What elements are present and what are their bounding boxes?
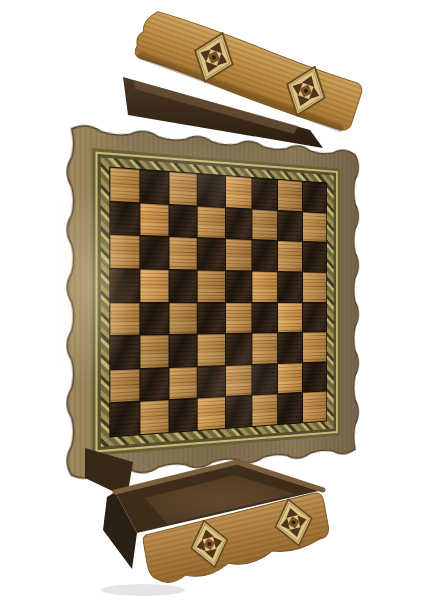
board-square-a2[interactable] [110, 369, 139, 403]
board-square-c2[interactable] [170, 367, 197, 400]
board-square-g4[interactable] [278, 302, 302, 332]
board-square-h2[interactable] [303, 362, 326, 392]
board-square-h1[interactable] [303, 392, 326, 423]
board-square-h8[interactable] [303, 182, 326, 213]
board-square-a8[interactable] [110, 168, 139, 202]
board-square-e5[interactable] [225, 271, 251, 302]
board-square-g8[interactable] [278, 180, 302, 211]
board-grid [110, 168, 326, 437]
board-square-e1[interactable] [225, 396, 251, 428]
board-square-f8[interactable] [252, 178, 277, 210]
product-photo-stage [0, 0, 424, 600]
board-square-e6[interactable] [225, 239, 251, 270]
board-square-c1[interactable] [170, 399, 197, 432]
board-square-g1[interactable] [278, 393, 302, 424]
board-square-a7[interactable] [110, 201, 139, 235]
board-square-d2[interactable] [198, 366, 224, 398]
board-square-h3[interactable] [303, 332, 326, 362]
board-square-c7[interactable] [170, 205, 197, 238]
board-square-g6[interactable] [278, 241, 302, 271]
board-square-b5[interactable] [141, 269, 169, 301]
board-square-c6[interactable] [170, 237, 197, 269]
board-square-g2[interactable] [278, 363, 302, 394]
board-square-a3[interactable] [110, 336, 139, 369]
board-square-f3[interactable] [252, 333, 277, 364]
board-square-e8[interactable] [225, 176, 251, 208]
board-square-b4[interactable] [141, 303, 169, 335]
board-square-f7[interactable] [252, 209, 277, 240]
board-square-b8[interactable] [141, 170, 169, 204]
board-square-c8[interactable] [170, 172, 197, 205]
board-square-g5[interactable] [278, 272, 302, 302]
bottom-drawer[interactable] [85, 448, 355, 600]
board-square-d6[interactable] [198, 238, 224, 270]
board-square-c3[interactable] [170, 335, 197, 367]
board-square-b7[interactable] [141, 203, 169, 236]
board-square-b6[interactable] [141, 236, 169, 269]
board-square-h7[interactable] [303, 212, 326, 242]
board-square-e2[interactable] [225, 365, 251, 397]
board-square-d5[interactable] [198, 270, 224, 301]
board-square-g7[interactable] [278, 211, 302, 242]
board-square-a4[interactable] [110, 303, 139, 336]
board-square-f4[interactable] [252, 302, 277, 332]
board-square-d1[interactable] [198, 397, 224, 430]
board-square-a1[interactable] [110, 402, 139, 436]
board-square-d8[interactable] [198, 174, 224, 207]
board-square-b1[interactable] [141, 400, 169, 434]
board-square-g3[interactable] [278, 333, 302, 363]
board-square-h6[interactable] [303, 242, 326, 272]
board-square-f1[interactable] [252, 395, 277, 427]
board-square-d4[interactable] [198, 303, 224, 334]
board-square-f6[interactable] [252, 240, 277, 271]
board-square-d3[interactable] [198, 334, 224, 366]
board-square-c5[interactable] [170, 270, 197, 302]
board-square-e4[interactable] [225, 302, 251, 333]
board-square-f2[interactable] [252, 364, 277, 395]
board-square-b2[interactable] [141, 368, 169, 401]
board-square-e3[interactable] [225, 334, 251, 365]
board-square-a6[interactable] [110, 235, 139, 268]
drawer-shadow [101, 584, 185, 596]
board-square-f5[interactable] [252, 271, 277, 301]
board-square-c4[interactable] [170, 303, 197, 335]
board-square-a5[interactable] [110, 269, 139, 302]
board-square-h5[interactable] [303, 272, 326, 301]
board-square-h4[interactable] [303, 302, 326, 331]
chess-board [63, 119, 362, 484]
board-square-e7[interactable] [225, 208, 251, 240]
board-square-b3[interactable] [141, 335, 169, 368]
board-square-d7[interactable] [198, 206, 224, 238]
